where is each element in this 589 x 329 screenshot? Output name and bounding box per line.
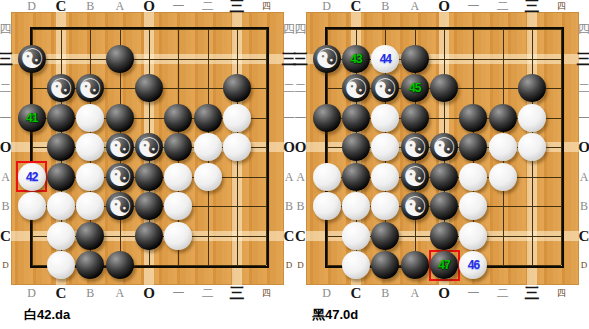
- stone-white[interactable]: [518, 104, 546, 132]
- stone-black[interactable]: [430, 163, 458, 191]
- coordinate-label-left: C: [0, 227, 11, 244]
- stone-white[interactable]: [223, 133, 251, 161]
- coordinate-label-top: 二: [202, 0, 214, 15]
- coordinate-label-top: D: [27, 0, 36, 14]
- coordinate-label-bottom: 二: [202, 285, 214, 302]
- coordinate-label-right: 一: [578, 109, 589, 126]
- stone-black[interactable]: [135, 222, 163, 250]
- coordinate-label-top: O: [143, 0, 155, 15]
- coordinate-label-left: 一: [0, 109, 12, 126]
- stone-white[interactable]: [518, 133, 546, 161]
- coordinate-label-left: 三: [0, 49, 13, 68]
- coordinate-label-top: 三: [230, 0, 245, 16]
- stone-black[interactable]: [430, 192, 458, 220]
- coordinate-label-bottom: C: [351, 285, 362, 302]
- screenshot-root: 白42.da DD四四CC三三BB二二AA一一OOOO一一AA二二BB三三CC四…: [0, 0, 589, 329]
- stone-white[interactable]: [47, 222, 75, 250]
- coordinate-label-left: 四: [295, 21, 307, 38]
- stone-black[interactable]: 41: [18, 104, 46, 132]
- stone-taiji[interactable]: ☯: [106, 163, 134, 191]
- coordinate-label-top: 三: [525, 0, 540, 16]
- coordinate-label-right: 四: [578, 21, 589, 38]
- stone-taiji[interactable]: ☯: [18, 45, 46, 73]
- coordinate-label-bottom: D: [27, 286, 36, 301]
- stone-black[interactable]: [401, 104, 429, 132]
- coordinate-label-bottom: O: [143, 285, 155, 302]
- stone-taiji[interactable]: ☯: [47, 74, 75, 102]
- stone-black[interactable]: [459, 104, 487, 132]
- stone-black[interactable]: [47, 104, 75, 132]
- stone-black[interactable]: [342, 133, 370, 161]
- stone-black[interactable]: [313, 104, 341, 132]
- stone-black[interactable]: [430, 222, 458, 250]
- coordinate-label-top: 一: [467, 0, 479, 15]
- stone-white[interactable]: [342, 192, 370, 220]
- coordinate-label-bottom: A: [115, 286, 124, 301]
- move-number-44: 44: [380, 52, 391, 66]
- stone-white[interactable]: [489, 133, 517, 161]
- coordinate-label-bottom: B: [381, 286, 389, 301]
- coordinate-label-right: D: [286, 260, 293, 270]
- stone-black[interactable]: [401, 251, 429, 279]
- stone-white[interactable]: [47, 251, 75, 279]
- coordinate-label-left: D: [297, 260, 304, 270]
- coordinate-label-top: B: [381, 0, 389, 14]
- stone-taiji[interactable]: ☯: [401, 192, 429, 220]
- coordinate-label-right: A: [285, 169, 294, 184]
- coordinate-label-right: 四: [283, 21, 295, 38]
- stone-black[interactable]: [106, 251, 134, 279]
- stone-black[interactable]: [401, 45, 429, 73]
- coordinate-label-right: 二: [283, 80, 295, 97]
- coordinate-label-left: O: [295, 139, 307, 156]
- stone-black[interactable]: [47, 163, 75, 191]
- coordinate-label-top: O: [438, 0, 450, 15]
- coordinate-label-top: 四: [262, 0, 271, 13]
- coordinate-label-top: C: [56, 0, 67, 15]
- stone-black[interactable]: [135, 74, 163, 102]
- stone-white[interactable]: [164, 222, 192, 250]
- stone-black[interactable]: 43: [342, 45, 370, 73]
- stone-taiji[interactable]: ☯: [430, 133, 458, 161]
- stone-black[interactable]: [135, 163, 163, 191]
- stone-black[interactable]: 45: [401, 74, 429, 102]
- move-number-41: 41: [26, 111, 37, 125]
- coordinate-label-bottom: 四: [262, 287, 271, 300]
- coordinate-label-left: 四: [0, 21, 12, 38]
- coordinate-label-top: A: [410, 0, 419, 14]
- coordinate-label-right: 二: [578, 80, 589, 97]
- coordinate-label-right: A: [580, 169, 589, 184]
- stone-taiji[interactable]: ☯: [342, 74, 370, 102]
- stone-black[interactable]: 47: [430, 251, 458, 279]
- coordinate-label-top: D: [322, 0, 331, 14]
- stone-white[interactable]: 44: [371, 45, 399, 73]
- coordinate-label-bottom: A: [410, 286, 419, 301]
- coordinate-label-top: C: [351, 0, 362, 15]
- stone-black[interactable]: [223, 74, 251, 102]
- stone-white[interactable]: [194, 163, 222, 191]
- left-board-caption: 白42.da: [24, 306, 70, 324]
- coordinate-label-right: 三: [577, 49, 589, 68]
- stone-white[interactable]: [489, 163, 517, 191]
- stone-black[interactable]: [106, 104, 134, 132]
- coordinate-label-top: A: [115, 0, 124, 14]
- coordinate-label-top: 一: [172, 0, 184, 15]
- coordinate-label-bottom: D: [322, 286, 331, 301]
- stone-taiji[interactable]: ☯: [313, 45, 341, 73]
- stone-black[interactable]: [430, 74, 458, 102]
- coordinate-label-right: B: [580, 199, 588, 214]
- coordinate-label-bottom: C: [56, 285, 67, 302]
- coordinate-label-right: O: [283, 139, 295, 156]
- coordinate-label-bottom: B: [86, 286, 94, 301]
- left-board-panel: 白42.da DD四四CC三三BB二二AA一一OOOO一一AA二二BB三三CC四…: [0, 0, 294, 329]
- stone-taiji[interactable]: ☯: [106, 133, 134, 161]
- coordinate-label-left: 二: [0, 80, 12, 97]
- stone-taiji[interactable]: ☯: [135, 133, 163, 161]
- coordinate-label-bottom: 一: [467, 285, 479, 302]
- coordinate-label-top: 四: [557, 0, 566, 13]
- stone-white[interactable]: [194, 133, 222, 161]
- coordinate-label-top: B: [86, 0, 94, 14]
- stone-white[interactable]: 42: [18, 163, 46, 191]
- stone-white[interactable]: [313, 163, 341, 191]
- coordinate-label-left: 三: [293, 49, 308, 68]
- move-number-46: 46: [468, 258, 479, 272]
- stone-white[interactable]: [47, 192, 75, 220]
- stone-taiji[interactable]: ☯: [401, 163, 429, 191]
- stone-white[interactable]: [371, 163, 399, 191]
- stone-black[interactable]: [47, 133, 75, 161]
- stone-black[interactable]: [342, 104, 370, 132]
- coordinate-label-left: D: [2, 260, 9, 270]
- move-number-45: 45: [409, 81, 420, 95]
- coordinate-label-left: 一: [295, 109, 307, 126]
- stone-white[interactable]: [76, 163, 104, 191]
- stone-black[interactable]: [164, 104, 192, 132]
- coordinate-label-left: C: [295, 227, 306, 244]
- coordinate-label-bottom: 四: [557, 287, 566, 300]
- coordinate-label-right: O: [578, 139, 589, 156]
- coordinate-label-bottom: 三: [230, 284, 245, 303]
- stone-white[interactable]: [76, 104, 104, 132]
- stone-black[interactable]: [518, 74, 546, 102]
- coordinate-label-left: O: [0, 139, 11, 156]
- stone-taiji[interactable]: ☯: [401, 133, 429, 161]
- move-number-47: 47: [438, 258, 449, 272]
- move-number-42: 42: [26, 170, 37, 184]
- stone-white[interactable]: [371, 104, 399, 132]
- stone-white[interactable]: [18, 192, 46, 220]
- coordinate-label-right: C: [284, 227, 295, 244]
- right-board-panel: 黑47.0d DD四四CC三三BB二二AA一一OOOO一一AA二二BB三三CC四…: [295, 0, 589, 329]
- stone-white[interactable]: [223, 104, 251, 132]
- stone-white[interactable]: [459, 222, 487, 250]
- move-number-43: 43: [350, 52, 361, 66]
- stone-white[interactable]: [342, 251, 370, 279]
- stone-black[interactable]: [489, 104, 517, 132]
- coordinate-label-bottom: 三: [525, 284, 540, 303]
- stone-white[interactable]: [342, 222, 370, 250]
- stone-taiji[interactable]: ☯: [106, 192, 134, 220]
- coordinate-label-left: B: [1, 199, 9, 214]
- stone-white[interactable]: [313, 192, 341, 220]
- coordinate-label-left: B: [296, 199, 304, 214]
- stone-black[interactable]: [106, 45, 134, 73]
- coordinate-label-left: A: [1, 169, 10, 184]
- coordinate-label-right: D: [581, 260, 588, 270]
- coordinate-label-right: B: [285, 199, 293, 214]
- coordinate-label-left: A: [296, 169, 305, 184]
- coordinate-label-bottom: 二: [497, 285, 509, 302]
- stone-black[interactable]: [371, 222, 399, 250]
- stone-black[interactable]: [194, 104, 222, 132]
- coordinate-label-right: C: [579, 227, 589, 244]
- stone-white[interactable]: [164, 163, 192, 191]
- stone-black[interactable]: [135, 192, 163, 220]
- coordinate-label-bottom: 一: [172, 285, 184, 302]
- right-board-caption: 黑47.0d: [312, 306, 358, 324]
- stone-black[interactable]: [342, 163, 370, 191]
- stone-white[interactable]: [459, 163, 487, 191]
- stone-black[interactable]: [76, 222, 104, 250]
- coordinate-label-left: 二: [295, 80, 307, 97]
- coordinate-label-bottom: O: [438, 285, 450, 302]
- coordinate-label-top: 二: [497, 0, 509, 15]
- coordinate-label-right: 一: [283, 109, 295, 126]
